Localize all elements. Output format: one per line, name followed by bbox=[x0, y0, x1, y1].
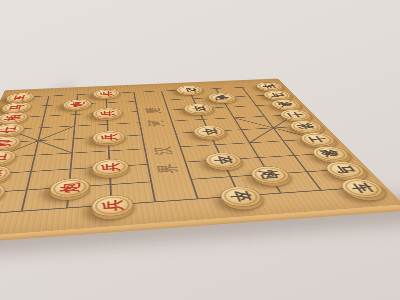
piece-glyph: 兵 bbox=[93, 159, 129, 176]
river-text-char: 界 bbox=[154, 162, 182, 175]
piece-black-soldier[interactable]: 卒 bbox=[217, 186, 266, 209]
piece-black-cannon[interactable]: 炮 bbox=[206, 93, 238, 103]
piece-black-king[interactable]: 将 bbox=[286, 120, 327, 133]
piece-glyph: 马 bbox=[322, 161, 370, 179]
piece-glyph: 卒 bbox=[204, 152, 245, 169]
scene: 楚河汉界车卒兵车马炮炮马象卒兵相士仕将卒兵帅士仕象卒兵相马炮炮马车卒兵车 bbox=[0, 0, 400, 300]
piece-black-soldier[interactable]: 卒 bbox=[182, 103, 215, 114]
piece-glyph: 相 bbox=[0, 112, 29, 124]
piece-glyph: 马 bbox=[0, 183, 7, 204]
piece-red-cannon[interactable]: 炮 bbox=[48, 177, 90, 198]
piece-black-soldier[interactable]: 卒 bbox=[191, 125, 228, 139]
piece-glyph: 仕 bbox=[0, 123, 25, 136]
piece-glyph: 仕 bbox=[0, 150, 17, 166]
piece-glyph: 车 bbox=[0, 203, 1, 227]
piece-black-soldier[interactable]: 卒 bbox=[203, 152, 245, 169]
piece-glyph: 炮 bbox=[49, 178, 89, 198]
piece-black-cannon[interactable]: 炮 bbox=[247, 165, 294, 184]
piece-black-elephant[interactable]: 象 bbox=[308, 146, 355, 163]
piece-glyph: 将 bbox=[287, 120, 326, 133]
piece-red-soldier[interactable]: 兵 bbox=[92, 130, 126, 145]
river-text-char: 河 bbox=[145, 119, 168, 128]
piece-black-advisor[interactable]: 士 bbox=[296, 132, 339, 147]
piece-red-chariot[interactable]: 车 bbox=[0, 203, 2, 228]
piece-black-advisor[interactable]: 士 bbox=[277, 109, 315, 121]
piece-glyph: 炮 bbox=[248, 166, 293, 184]
piece-glyph: 炮 bbox=[207, 93, 238, 103]
piece-glyph: 卒 bbox=[218, 186, 265, 207]
piece-red-soldier[interactable]: 兵 bbox=[91, 194, 135, 218]
piece-red-soldier[interactable]: 兵 bbox=[92, 158, 130, 176]
piece-glyph: 兵 bbox=[94, 89, 120, 98]
piece-glyph: 兵 bbox=[92, 194, 134, 217]
piece-glyph: 车 bbox=[337, 178, 389, 198]
piece-glyph: 炮 bbox=[63, 99, 91, 109]
piece-red-soldier[interactable]: 兵 bbox=[93, 107, 123, 119]
piece-black-horse[interactable]: 马 bbox=[321, 161, 371, 180]
piece-black-chariot[interactable]: 车 bbox=[335, 178, 390, 199]
piece-glyph: 马 bbox=[1, 102, 33, 113]
piece-glyph: 兵 bbox=[93, 130, 125, 144]
piece-glyph: 相 bbox=[0, 165, 12, 183]
piece-red-elephant[interactable]: 相 bbox=[0, 112, 30, 124]
piece-glyph: 车 bbox=[5, 93, 35, 103]
river-text-char: 汉 bbox=[151, 145, 177, 156]
piece-black-horse[interactable]: 马 bbox=[260, 90, 294, 100]
piece-red-horse[interactable]: 马 bbox=[0, 183, 8, 205]
piece-red-advisor[interactable]: 仕 bbox=[0, 149, 18, 166]
piece-red-elephant[interactable]: 相 bbox=[0, 165, 13, 184]
piece-glyph: 卒 bbox=[183, 103, 215, 114]
piece-glyph: 士 bbox=[277, 109, 313, 120]
piece-black-soldier[interactable]: 卒 bbox=[175, 85, 205, 94]
piece-glyph: 卒 bbox=[192, 125, 228, 138]
piece-glyph: 卒 bbox=[175, 86, 204, 95]
piece-glyph: 象 bbox=[309, 146, 353, 162]
piece-black-elephant[interactable]: 象 bbox=[268, 99, 304, 110]
piece-red-soldier[interactable]: 兵 bbox=[93, 89, 121, 99]
piece-glyph: 象 bbox=[269, 99, 303, 109]
river-text-char: 楚 bbox=[142, 107, 164, 115]
piece-glyph: 马 bbox=[261, 90, 293, 99]
piece-glyph: 士 bbox=[297, 132, 338, 146]
board-grid: 楚河汉界车卒兵车马炮炮马象卒兵相士仕将卒兵帅士仕象卒兵相马炮炮马车卒兵车 bbox=[0, 86, 361, 214]
piece-red-cannon[interactable]: 炮 bbox=[62, 99, 91, 110]
piece-glyph: 兵 bbox=[93, 108, 122, 119]
piece-glyph: 车 bbox=[254, 82, 285, 91]
